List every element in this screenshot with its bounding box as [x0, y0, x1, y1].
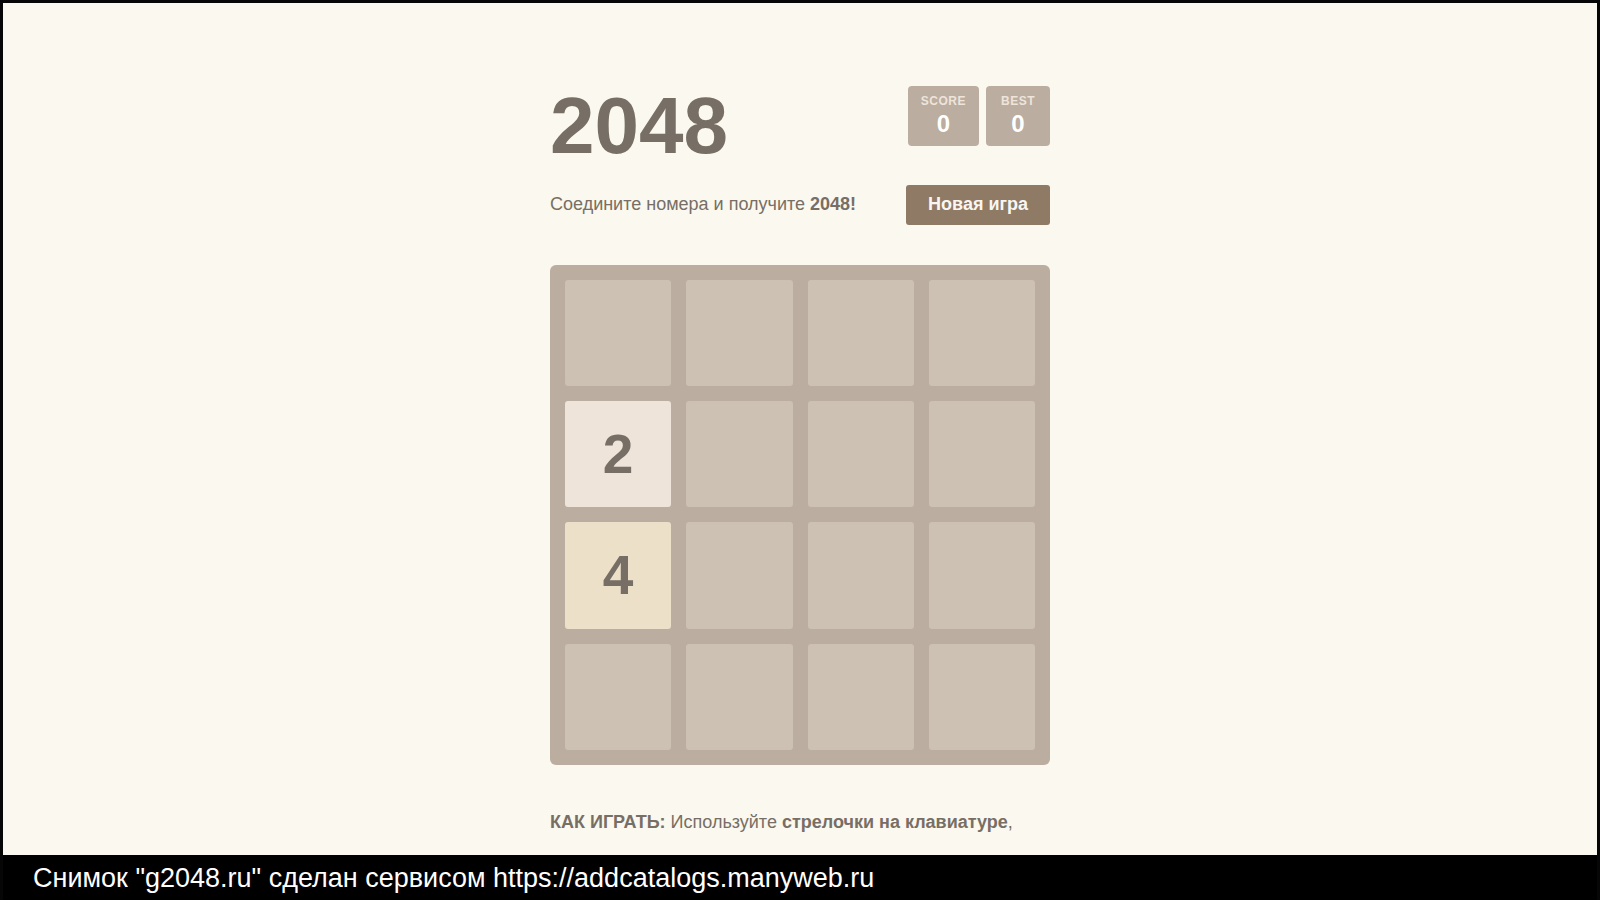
board-cell-empty [929, 280, 1035, 386]
best-label: BEST [999, 94, 1037, 108]
tile-2: 2 [565, 401, 671, 507]
how-to-play-label: КАК ИГРАТЬ: [550, 812, 671, 832]
game-intro: Соедините номера и получите 2048! [550, 192, 856, 217]
board-cell-empty [565, 280, 671, 386]
board-cell-empty [929, 644, 1035, 750]
board-cell-empty [565, 644, 671, 750]
intro-goal: 2048! [810, 194, 856, 214]
header: 2048 SCORE 0 BEST 0 [550, 84, 1050, 169]
game-container: 2048 SCORE 0 BEST 0 Соедините номера и п… [550, 0, 1050, 835]
watermark-text: Снимок "g2048.ru" сделан сервисом https:… [33, 863, 874, 893]
how-to-play: КАК ИГРАТЬ: Используйте стрелочки на кла… [550, 809, 1050, 835]
watermark-bar: Снимок "g2048.ru" сделан сервисом https:… [0, 855, 1600, 900]
board-cell-empty [686, 280, 792, 386]
intro-row: Соедините номера и получите 2048! Новая … [550, 185, 1050, 225]
score-label: SCORE [921, 94, 966, 108]
page-title: 2048 [550, 84, 728, 169]
board-cell-empty [808, 522, 914, 628]
board-cell-empty [808, 644, 914, 750]
board-cell-empty [929, 401, 1035, 507]
best-value: 0 [999, 111, 1037, 137]
board-cell-empty [686, 401, 792, 507]
best-box: BEST 0 [986, 86, 1050, 146]
board-cell-empty [808, 280, 914, 386]
board-cell-empty [929, 522, 1035, 628]
how-to-play-bold: стрелочки на клавиатуре [782, 812, 1008, 832]
score-value: 0 [921, 111, 966, 137]
new-game-button[interactable]: Новая игра [906, 185, 1050, 225]
how-to-play-suffix: , [1008, 812, 1013, 832]
board-cell-empty [808, 401, 914, 507]
scoreboard: SCORE 0 BEST 0 [908, 86, 1050, 146]
board-cell-empty [686, 522, 792, 628]
intro-text: Соедините номера и получите [550, 194, 810, 214]
score-box: SCORE 0 [908, 86, 979, 146]
board-cell-empty [686, 644, 792, 750]
tile-4: 4 [565, 522, 671, 628]
how-to-play-regular: Используйте [671, 812, 782, 832]
board-grid: 24 [550, 265, 1050, 765]
